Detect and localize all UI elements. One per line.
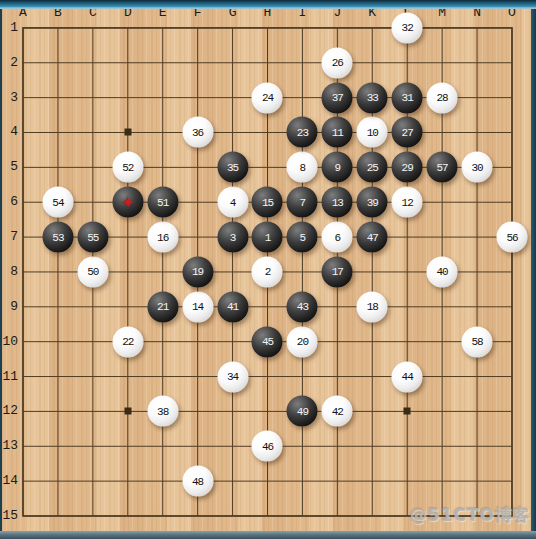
move-number: 40	[437, 266, 448, 278]
stone-white-12[interactable]: 12	[392, 187, 423, 218]
stone-white-36[interactable]: 36	[182, 117, 213, 148]
move-number: 47	[367, 231, 378, 243]
stone-black-49[interactable]: 49	[287, 396, 318, 427]
row-label-1: 1	[1, 21, 18, 35]
move-number: 44	[402, 371, 413, 383]
move-number: 5	[300, 231, 306, 243]
move-number: 58	[471, 336, 482, 348]
row-label-11: 11	[1, 370, 18, 384]
move-number: 18	[367, 301, 378, 313]
move-number: 35	[227, 161, 238, 173]
row-label-15: 15	[1, 509, 18, 523]
stone-black-5[interactable]: 5	[287, 222, 318, 253]
move-number: 8	[300, 161, 306, 173]
star-point-D4	[124, 129, 131, 136]
stone-white-18[interactable]: 18	[357, 291, 388, 322]
stone-black-13[interactable]: 13	[322, 187, 353, 218]
move-number: 50	[87, 266, 98, 278]
move-number: 13	[332, 196, 343, 208]
stone-black-57[interactable]: 57	[427, 152, 458, 183]
stone-white-54[interactable]: 54	[42, 187, 73, 218]
move-number: 43	[297, 301, 308, 313]
move-number: 3	[230, 231, 236, 243]
stone-white-38[interactable]: 38	[147, 396, 178, 427]
stone-black-1[interactable]: 1	[252, 222, 283, 253]
move-number: 15	[262, 196, 273, 208]
stone-white-42[interactable]: 42	[322, 396, 353, 427]
move-number: 36	[192, 126, 203, 138]
move-number: 6	[335, 231, 341, 243]
stone-black-55[interactable]: 55	[77, 222, 108, 253]
stone-white-50[interactable]: 50	[77, 256, 108, 287]
stone-black-23[interactable]: 23	[287, 117, 318, 148]
move-number: 23	[297, 126, 308, 138]
stone-black-11[interactable]: 11	[322, 117, 353, 148]
stone-white-44[interactable]: 44	[392, 361, 423, 392]
stone-black-19[interactable]: 19	[182, 256, 213, 287]
row-label-8: 8	[1, 265, 18, 279]
stone-black-35[interactable]: 35	[217, 152, 248, 183]
row-label-5: 5	[1, 160, 18, 174]
move-number: 46	[262, 440, 273, 452]
row-label-9: 9	[1, 300, 18, 314]
stone-white-52[interactable]: 52	[112, 152, 143, 183]
row-label-12: 12	[1, 404, 18, 418]
stone-black-15[interactable]: 15	[252, 187, 283, 218]
star-point-D12	[124, 408, 131, 415]
stone-white-56[interactable]: 56	[496, 222, 527, 253]
move-number: 34	[227, 371, 238, 383]
move-number: 11	[332, 126, 343, 138]
move-number: 30	[471, 161, 482, 173]
watermark: @51CTO博客	[410, 504, 531, 527]
stone-black-31[interactable]: 31	[392, 82, 423, 113]
row-label-2: 2	[1, 56, 18, 70]
move-number: 31	[402, 92, 413, 104]
row-label-3: 3	[1, 91, 18, 105]
last-move-red-cross-icon: ✦	[121, 194, 134, 210]
stone-white-46[interactable]: 46	[252, 431, 283, 462]
stone-black-39[interactable]: 39	[357, 187, 388, 218]
move-number: 2	[265, 266, 271, 278]
window-top-bar	[0, 0, 536, 9]
move-number: 33	[367, 92, 378, 104]
move-number: 19	[192, 266, 203, 278]
move-number: 21	[157, 301, 168, 313]
stone-white-48[interactable]: 48	[182, 466, 213, 497]
stone-black-33[interactable]: 33	[357, 82, 388, 113]
move-number: 45	[262, 336, 273, 348]
stone-black-3[interactable]: 3	[217, 222, 248, 253]
move-number: 57	[437, 161, 448, 173]
row-label-7: 7	[1, 230, 18, 244]
move-number: 53	[52, 231, 63, 243]
move-number: 22	[122, 336, 133, 348]
stone-white-32[interactable]: 32	[392, 12, 423, 43]
move-number: 37	[332, 92, 343, 104]
move-number: 12	[402, 196, 413, 208]
move-number: 7	[300, 196, 306, 208]
move-number: 10	[367, 126, 378, 138]
move-number: 24	[262, 92, 273, 104]
stone-black-9[interactable]: 9	[322, 152, 353, 183]
move-number: 14	[192, 301, 203, 313]
stone-black-25[interactable]: 25	[357, 152, 388, 183]
move-number: 4	[230, 196, 236, 208]
stone-white-58[interactable]: 58	[462, 326, 493, 357]
move-number: 20	[297, 336, 308, 348]
stone-black-17[interactable]: 17	[322, 256, 353, 287]
stone-black-27[interactable]: 27	[392, 117, 423, 148]
stone-white-22[interactable]: 22	[112, 326, 143, 357]
stone-black-59-last-move[interactable]: ✦	[112, 187, 143, 218]
move-number: 9	[335, 161, 341, 173]
star-point-L12	[404, 408, 411, 415]
move-number: 52	[122, 161, 133, 173]
stone-black-29[interactable]: 29	[392, 152, 423, 183]
move-number: 39	[367, 196, 378, 208]
move-number: 28	[437, 92, 448, 104]
row-label-10: 10	[1, 335, 18, 349]
stone-black-45[interactable]: 45	[252, 326, 283, 357]
stone-white-2[interactable]: 2	[252, 256, 283, 287]
stone-black-47[interactable]: 47	[357, 222, 388, 253]
stone-white-24[interactable]: 24	[252, 82, 283, 113]
stone-white-4[interactable]: 4	[217, 187, 248, 218]
move-number: 54	[52, 196, 63, 208]
row-label-4: 4	[1, 125, 18, 139]
move-number: 27	[402, 126, 413, 138]
move-number: 25	[367, 161, 378, 173]
stone-black-41[interactable]: 41	[217, 291, 248, 322]
move-number: 38	[157, 405, 168, 417]
stone-black-21[interactable]: 21	[147, 291, 178, 322]
stone-black-53[interactable]: 53	[42, 222, 73, 253]
move-number: 26	[332, 57, 343, 69]
stone-black-37[interactable]: 37	[322, 82, 353, 113]
move-number: 29	[402, 161, 413, 173]
game-record-window: ABCDEFGHIJKLMNO123456789101112131415 123…	[0, 0, 536, 539]
move-number: 51	[157, 196, 168, 208]
stone-white-40[interactable]: 40	[427, 256, 458, 287]
row-label-14: 14	[1, 474, 18, 488]
stone-white-20[interactable]: 20	[287, 326, 318, 357]
move-number: 49	[297, 405, 308, 417]
stone-black-51[interactable]: 51	[147, 187, 178, 218]
stone-white-10[interactable]: 10	[357, 117, 388, 148]
window-right-border	[531, 9, 536, 531]
move-number: 42	[332, 405, 343, 417]
stone-black-43[interactable]: 43	[287, 291, 318, 322]
stone-white-34[interactable]: 34	[217, 361, 248, 392]
stone-black-7[interactable]: 7	[287, 187, 318, 218]
move-number: 32	[402, 22, 413, 34]
stone-white-28[interactable]: 28	[427, 82, 458, 113]
move-number: 17	[332, 266, 343, 278]
stone-white-30[interactable]: 30	[462, 152, 493, 183]
stone-white-6[interactable]: 6	[322, 222, 353, 253]
stone-white-16[interactable]: 16	[147, 222, 178, 253]
move-number: 1	[265, 231, 271, 243]
move-number: 48	[192, 475, 203, 487]
row-label-6: 6	[1, 195, 18, 209]
window-bottom-bar	[0, 531, 536, 539]
stone-white-8[interactable]: 8	[287, 152, 318, 183]
window-left-border	[0, 9, 2, 531]
stone-white-14[interactable]: 14	[182, 291, 213, 322]
move-number: 55	[87, 231, 98, 243]
row-label-13: 13	[1, 439, 18, 453]
move-number: 16	[157, 231, 168, 243]
move-number: 41	[227, 301, 238, 313]
stone-white-26[interactable]: 26	[322, 47, 353, 78]
move-number: 56	[506, 231, 517, 243]
